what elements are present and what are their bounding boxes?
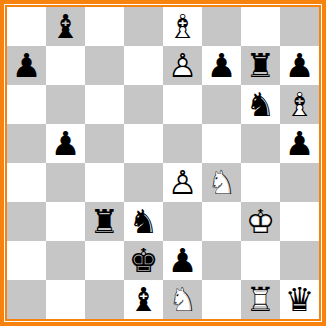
square-e5[interactable] xyxy=(163,124,202,163)
square-f4[interactable]: ♞♘ xyxy=(202,163,241,202)
square-e6[interactable] xyxy=(163,85,202,124)
piece-black-bishop: ♝ xyxy=(124,280,163,319)
piece-black-pawn: ♟ xyxy=(280,124,319,163)
square-g2[interactable] xyxy=(241,241,280,280)
square-d5[interactable] xyxy=(124,124,163,163)
white-rook-fill: ♜ xyxy=(241,280,280,319)
white-bishop-fill: ♝ xyxy=(163,7,202,46)
square-c4[interactable] xyxy=(85,163,124,202)
piece-white-pawn: ♙ xyxy=(163,46,202,85)
square-f1[interactable] xyxy=(202,280,241,319)
square-g5[interactable] xyxy=(241,124,280,163)
chess-board: ♝♝♗♟♟♙♟♜♟♞♝♗♟♟♟♙♞♘♜♞♚♔♚♟♝♞♘♜♖♛ xyxy=(7,7,319,319)
piece-black-pawn: ♟ xyxy=(7,46,46,85)
piece-black-knight: ♞ xyxy=(124,202,163,241)
white-bishop-fill: ♝ xyxy=(280,85,319,124)
square-h4[interactable] xyxy=(280,163,319,202)
square-c7[interactable] xyxy=(85,46,124,85)
square-e3[interactable] xyxy=(163,202,202,241)
board-frame: ♝♝♗♟♟♙♟♜♟♞♝♗♟♟♟♙♞♘♜♞♚♔♚♟♝♞♘♜♖♛ xyxy=(0,0,326,326)
square-g3[interactable]: ♚♔ xyxy=(241,202,280,241)
piece-black-knight: ♞ xyxy=(241,85,280,124)
piece-white-bishop: ♗ xyxy=(163,7,202,46)
square-c3[interactable]: ♜ xyxy=(85,202,124,241)
square-e2[interactable]: ♟ xyxy=(163,241,202,280)
square-a3[interactable] xyxy=(7,202,46,241)
square-c5[interactable] xyxy=(85,124,124,163)
square-b6[interactable] xyxy=(46,85,85,124)
square-a7[interactable]: ♟ xyxy=(7,46,46,85)
piece-black-queen: ♛ xyxy=(280,280,319,319)
piece-black-pawn: ♟ xyxy=(163,241,202,280)
square-f3[interactable] xyxy=(202,202,241,241)
square-h7[interactable]: ♟ xyxy=(280,46,319,85)
square-e7[interactable]: ♟♙ xyxy=(163,46,202,85)
square-h3[interactable] xyxy=(280,202,319,241)
square-e1[interactable]: ♞♘ xyxy=(163,280,202,319)
square-a5[interactable] xyxy=(7,124,46,163)
square-b4[interactable] xyxy=(46,163,85,202)
piece-white-bishop: ♗ xyxy=(280,85,319,124)
square-f5[interactable] xyxy=(202,124,241,163)
square-c6[interactable] xyxy=(85,85,124,124)
piece-white-rook: ♖ xyxy=(241,280,280,319)
square-b1[interactable] xyxy=(46,280,85,319)
white-king-fill: ♚ xyxy=(241,202,280,241)
piece-black-pawn: ♟ xyxy=(202,46,241,85)
square-b7[interactable] xyxy=(46,46,85,85)
square-d8[interactable] xyxy=(124,7,163,46)
piece-white-knight: ♘ xyxy=(163,280,202,319)
square-g4[interactable] xyxy=(241,163,280,202)
square-d1[interactable]: ♝ xyxy=(124,280,163,319)
square-c1[interactable] xyxy=(85,280,124,319)
white-pawn-fill: ♟ xyxy=(163,46,202,85)
square-h8[interactable] xyxy=(280,7,319,46)
square-a8[interactable] xyxy=(7,7,46,46)
square-a1[interactable] xyxy=(7,280,46,319)
square-e8[interactable]: ♝♗ xyxy=(163,7,202,46)
square-f7[interactable]: ♟ xyxy=(202,46,241,85)
square-a6[interactable] xyxy=(7,85,46,124)
square-h2[interactable] xyxy=(280,241,319,280)
square-g7[interactable]: ♜ xyxy=(241,46,280,85)
square-e4[interactable]: ♟♙ xyxy=(163,163,202,202)
square-b2[interactable] xyxy=(46,241,85,280)
square-c2[interactable] xyxy=(85,241,124,280)
piece-black-bishop: ♝ xyxy=(46,7,85,46)
piece-black-pawn: ♟ xyxy=(46,124,85,163)
piece-black-king: ♚ xyxy=(124,241,163,280)
square-g8[interactable] xyxy=(241,7,280,46)
square-d4[interactable] xyxy=(124,163,163,202)
square-d7[interactable] xyxy=(124,46,163,85)
square-h1[interactable]: ♛ xyxy=(280,280,319,319)
square-a4[interactable] xyxy=(7,163,46,202)
square-b8[interactable]: ♝ xyxy=(46,7,85,46)
square-h6[interactable]: ♝♗ xyxy=(280,85,319,124)
square-b3[interactable] xyxy=(46,202,85,241)
square-d3[interactable]: ♞ xyxy=(124,202,163,241)
square-d2[interactable]: ♚ xyxy=(124,241,163,280)
square-g6[interactable]: ♞ xyxy=(241,85,280,124)
square-h5[interactable]: ♟ xyxy=(280,124,319,163)
piece-black-rook: ♜ xyxy=(85,202,124,241)
square-f2[interactable] xyxy=(202,241,241,280)
piece-white-knight: ♘ xyxy=(202,163,241,202)
square-d6[interactable] xyxy=(124,85,163,124)
square-f8[interactable] xyxy=(202,7,241,46)
piece-black-pawn: ♟ xyxy=(280,46,319,85)
piece-black-rook: ♜ xyxy=(241,46,280,85)
square-b5[interactable]: ♟ xyxy=(46,124,85,163)
white-knight-fill: ♞ xyxy=(202,163,241,202)
square-c8[interactable] xyxy=(85,7,124,46)
square-a2[interactable] xyxy=(7,241,46,280)
piece-white-king: ♔ xyxy=(241,202,280,241)
square-f6[interactable] xyxy=(202,85,241,124)
white-pawn-fill: ♟ xyxy=(163,163,202,202)
square-g1[interactable]: ♜♖ xyxy=(241,280,280,319)
board-frame-inner: ♝♝♗♟♟♙♟♜♟♞♝♗♟♟♟♙♞♘♜♞♚♔♚♟♝♞♘♜♖♛ xyxy=(5,5,321,321)
white-knight-fill: ♞ xyxy=(163,280,202,319)
piece-white-pawn: ♙ xyxy=(163,163,202,202)
